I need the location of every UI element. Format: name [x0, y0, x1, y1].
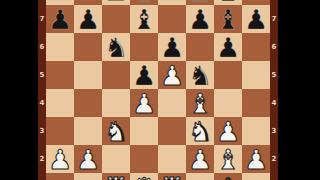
rank-label-right-1: 1	[270, 173, 278, 180]
square-h2: ♟	[242, 145, 270, 173]
white-rook-c1: ♜	[102, 173, 130, 180]
square-f3: ♞	[186, 117, 214, 145]
square-f6	[186, 33, 214, 61]
black-pawn-b7: ♟	[74, 5, 102, 33]
rank-labels-left: 87654321	[38, 0, 46, 180]
square-a7: ♟	[46, 5, 74, 33]
rank-label-right-4: 4	[270, 89, 278, 117]
square-e3	[158, 117, 186, 145]
black-bishop-d7: ♝	[130, 5, 158, 33]
square-b3	[74, 117, 102, 145]
square-g6: ♟	[214, 33, 242, 61]
square-d4: ♟	[130, 89, 158, 117]
square-h1	[242, 173, 270, 180]
square-c3: ♞	[102, 117, 130, 145]
square-e4	[158, 89, 186, 117]
square-c2	[102, 145, 130, 173]
rank-label-right-5: 5	[270, 61, 278, 89]
square-h4	[242, 89, 270, 117]
white-knight-f3: ♞	[186, 117, 214, 145]
board-frame: 87654321 ♜♛♜♚♟♟♝♟♝♟♞♟♟♟♟♞♟♝♞♞♟♟♟♟♝♟♜♛♜♚ …	[38, 0, 278, 180]
square-d2	[130, 145, 158, 173]
square-d6	[130, 33, 158, 61]
white-bishop-g2: ♝	[214, 145, 242, 173]
rank-labels-right: 87654321	[270, 0, 278, 180]
square-d5: ♟	[130, 61, 158, 89]
white-pawn-d4: ♟	[130, 89, 158, 117]
square-c7	[102, 5, 130, 33]
square-e1: ♜	[158, 173, 186, 180]
square-a5	[46, 61, 74, 89]
chess-board: ♜♛♜♚♟♟♝♟♝♟♞♟♟♟♟♞♟♝♞♞♟♟♟♟♝♟♜♛♜♚	[46, 0, 270, 180]
square-h7: ♟	[242, 5, 270, 33]
square-g1: ♚	[214, 173, 242, 180]
video-frame: 87654321 ♜♛♜♚♟♟♝♟♝♟♞♟♟♟♟♞♟♝♞♞♟♟♟♟♝♟♜♛♜♚ …	[0, 0, 320, 180]
rank-label-left-4: 4	[38, 89, 46, 117]
black-pawn-h7: ♟	[242, 5, 270, 33]
square-f4: ♝	[186, 89, 214, 117]
square-g4	[214, 89, 242, 117]
square-b4	[74, 89, 102, 117]
square-f5: ♞	[186, 61, 214, 89]
square-e7	[158, 5, 186, 33]
black-pawn-f7: ♟	[186, 5, 214, 33]
square-h3	[242, 117, 270, 145]
square-d1: ♛	[130, 173, 158, 180]
square-h5	[242, 61, 270, 89]
white-queen-d1: ♛	[130, 173, 158, 180]
rank-label-left-1: 1	[38, 173, 46, 180]
white-pawn-b2: ♟	[74, 145, 102, 173]
square-g7: ♝	[214, 5, 242, 33]
black-pawn-g6: ♟	[214, 33, 242, 61]
white-king-g1: ♚	[214, 173, 242, 180]
square-b2: ♟	[74, 145, 102, 173]
square-c1: ♜	[102, 173, 130, 180]
square-c6: ♞	[102, 33, 130, 61]
square-h6	[242, 33, 270, 61]
square-a4	[46, 89, 74, 117]
black-pawn-e6: ♟	[158, 33, 186, 61]
rank-label-left-5: 5	[38, 61, 46, 89]
black-bishop-g7: ♝	[214, 5, 242, 33]
square-a1	[46, 173, 74, 180]
square-g2: ♝	[214, 145, 242, 173]
white-pawn-a2: ♟	[46, 145, 74, 173]
black-pawn-a7: ♟	[46, 5, 74, 33]
square-g5	[214, 61, 242, 89]
square-d7: ♝	[130, 5, 158, 33]
square-a6	[46, 33, 74, 61]
white-bishop-f4: ♝	[186, 89, 214, 117]
rank-label-right-2: 2	[270, 145, 278, 173]
rank-label-left-2: 2	[38, 145, 46, 173]
square-f1	[186, 173, 214, 180]
square-c5	[102, 61, 130, 89]
rank-label-left-6: 6	[38, 33, 46, 61]
square-b6	[74, 33, 102, 61]
square-d3	[130, 117, 158, 145]
rank-label-right-6: 6	[270, 33, 278, 61]
white-pawn-f2: ♟	[186, 145, 214, 173]
square-e6: ♟	[158, 33, 186, 61]
rank-label-left-3: 3	[38, 117, 46, 145]
square-b1	[74, 173, 102, 180]
black-knight-c6: ♞	[102, 33, 130, 61]
white-knight-c3: ♞	[102, 117, 130, 145]
white-pawn-e5: ♟	[158, 61, 186, 89]
rank-label-left-7: 7	[38, 5, 46, 33]
square-b7: ♟	[74, 5, 102, 33]
square-c4	[102, 89, 130, 117]
square-g3: ♟	[214, 117, 242, 145]
white-rook-e1: ♜	[158, 173, 186, 180]
square-f2: ♟	[186, 145, 214, 173]
black-knight-f5: ♞	[186, 61, 214, 89]
square-f7: ♟	[186, 5, 214, 33]
black-pawn-d5: ♟	[130, 61, 158, 89]
square-e2	[158, 145, 186, 173]
square-b5	[74, 61, 102, 89]
rank-label-right-3: 3	[270, 117, 278, 145]
white-pawn-g3: ♟	[214, 117, 242, 145]
square-a2: ♟	[46, 145, 74, 173]
white-pawn-h2: ♟	[242, 145, 270, 173]
rank-label-right-7: 7	[270, 5, 278, 33]
square-a3	[46, 117, 74, 145]
square-e5: ♟	[158, 61, 186, 89]
